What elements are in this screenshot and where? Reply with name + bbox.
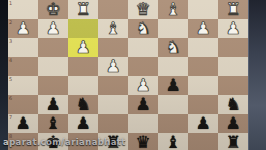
- rank-label-7: 7: [9, 114, 12, 120]
- square-g6[interactable]: ♟: [38, 95, 68, 114]
- window-background-strip: [248, 0, 266, 150]
- white-rook: ♜: [68, 0, 98, 19]
- square-h7[interactable]: 7♟: [8, 114, 38, 133]
- rank-label-2: 2: [9, 19, 12, 25]
- square-h6[interactable]: 6: [8, 95, 38, 114]
- square-h5[interactable]: 5: [8, 76, 38, 95]
- black-pawn: ♟: [38, 95, 68, 114]
- square-g7[interactable]: ♝: [38, 114, 68, 133]
- black-pawn: ♟: [128, 95, 158, 114]
- square-a2[interactable]: ♟: [218, 19, 248, 38]
- square-a3[interactable]: [218, 38, 248, 57]
- square-a8[interactable]: ♜: [218, 133, 248, 150]
- square-d5[interactable]: ♟: [128, 76, 158, 95]
- black-knight: ♞: [218, 95, 248, 114]
- black-pawn: ♟: [218, 114, 248, 133]
- square-f6[interactable]: ♞: [68, 95, 98, 114]
- square-f1[interactable]: ♜: [68, 0, 98, 19]
- square-c7[interactable]: [158, 114, 188, 133]
- square-e3[interactable]: [98, 38, 128, 57]
- white-bishop: ♝: [98, 19, 128, 38]
- white-pawn: ♟: [128, 76, 158, 95]
- square-a5[interactable]: [218, 76, 248, 95]
- square-f4[interactable]: [68, 57, 98, 76]
- white-pawn: ♟: [218, 19, 248, 38]
- square-h2[interactable]: 2♟: [8, 19, 38, 38]
- black-pawn: ♟: [8, 114, 38, 133]
- square-c1[interactable]: ♝: [158, 0, 188, 19]
- square-b8[interactable]: [188, 133, 218, 150]
- white-king: ♚: [38, 0, 68, 19]
- white-rook: ♜: [218, 0, 248, 19]
- white-pawn: ♟: [188, 19, 218, 38]
- square-a1[interactable]: ♜: [218, 0, 248, 19]
- watermark-text: aparat.com/arianabhatt: [3, 137, 126, 147]
- square-e1[interactable]: [98, 0, 128, 19]
- square-f5[interactable]: [68, 76, 98, 95]
- square-e6[interactable]: [98, 95, 128, 114]
- square-g3[interactable]: [38, 38, 68, 57]
- square-c6[interactable]: [158, 95, 188, 114]
- square-g4[interactable]: [38, 57, 68, 76]
- black-bishop: ♝: [158, 133, 188, 150]
- board-left-edge: [0, 0, 8, 150]
- rank-label-3: 3: [9, 38, 12, 44]
- black-knight: ♞: [68, 95, 98, 114]
- square-d7[interactable]: [128, 114, 158, 133]
- square-h3[interactable]: 3: [8, 38, 38, 57]
- white-pawn: ♟: [38, 19, 68, 38]
- rank-label-4: 4: [9, 57, 12, 63]
- white-knight: ♞: [158, 38, 188, 57]
- square-c8[interactable]: ♝: [158, 133, 188, 150]
- square-b6[interactable]: [188, 95, 218, 114]
- square-e2[interactable]: ♝: [98, 19, 128, 38]
- white-queen: ♛: [128, 0, 158, 19]
- white-bishop: ♝: [158, 0, 188, 19]
- square-g2[interactable]: ♟: [38, 19, 68, 38]
- square-a6[interactable]: ♞: [218, 95, 248, 114]
- black-bishop: ♝: [38, 114, 68, 133]
- square-h4[interactable]: 4: [8, 57, 38, 76]
- square-g1[interactable]: ♚: [38, 0, 68, 19]
- square-c5[interactable]: ♟: [158, 76, 188, 95]
- square-f2[interactable]: [68, 19, 98, 38]
- square-g5[interactable]: [38, 76, 68, 95]
- rank-label-1: 1: [9, 0, 12, 6]
- square-b4[interactable]: [188, 57, 218, 76]
- square-h1[interactable]: 1: [8, 0, 38, 19]
- white-pawn: ♟: [98, 57, 128, 76]
- black-queen: ♛: [128, 133, 158, 150]
- square-e4[interactable]: ♟: [98, 57, 128, 76]
- square-c2[interactable]: [158, 19, 188, 38]
- square-b2[interactable]: ♟: [188, 19, 218, 38]
- white-knight: ♞: [128, 19, 158, 38]
- video-frame: 1♚♜♛♝♜2♟♟♝♞♟♟3♟♞4♟5♟♟6♟♞♟♞7♟♝♟♟♟8♚♜♛♝♜ a…: [0, 0, 266, 150]
- white-pawn: ♟: [8, 19, 38, 38]
- square-c3[interactable]: ♞: [158, 38, 188, 57]
- chess-board: 1♚♜♛♝♜2♟♟♝♞♟♟3♟♞4♟5♟♟6♟♞♟♞7♟♝♟♟♟8♚♜♛♝♜: [8, 0, 248, 150]
- white-pawn: ♟: [68, 38, 98, 57]
- black-rook: ♜: [218, 133, 248, 150]
- square-b7[interactable]: ♟: [188, 114, 218, 133]
- square-a7[interactable]: ♟: [218, 114, 248, 133]
- square-d6[interactable]: ♟: [128, 95, 158, 114]
- square-b1[interactable]: [188, 0, 218, 19]
- square-e7[interactable]: [98, 114, 128, 133]
- square-c4[interactable]: [158, 57, 188, 76]
- square-a4[interactable]: [218, 57, 248, 76]
- square-d1[interactable]: ♛: [128, 0, 158, 19]
- square-d3[interactable]: [128, 38, 158, 57]
- black-pawn: ♟: [68, 114, 98, 133]
- rank-label-5: 5: [9, 76, 12, 82]
- black-pawn: ♟: [158, 76, 188, 95]
- square-d8[interactable]: ♛: [128, 133, 158, 150]
- square-b5[interactable]: [188, 76, 218, 95]
- rank-label-6: 6: [9, 95, 12, 101]
- square-e5[interactable]: [98, 76, 128, 95]
- square-d2[interactable]: ♞: [128, 19, 158, 38]
- square-b3[interactable]: [188, 38, 218, 57]
- square-f3[interactable]: ♟: [68, 38, 98, 57]
- square-f7[interactable]: ♟: [68, 114, 98, 133]
- square-d4[interactable]: [128, 57, 158, 76]
- black-pawn: ♟: [188, 114, 218, 133]
